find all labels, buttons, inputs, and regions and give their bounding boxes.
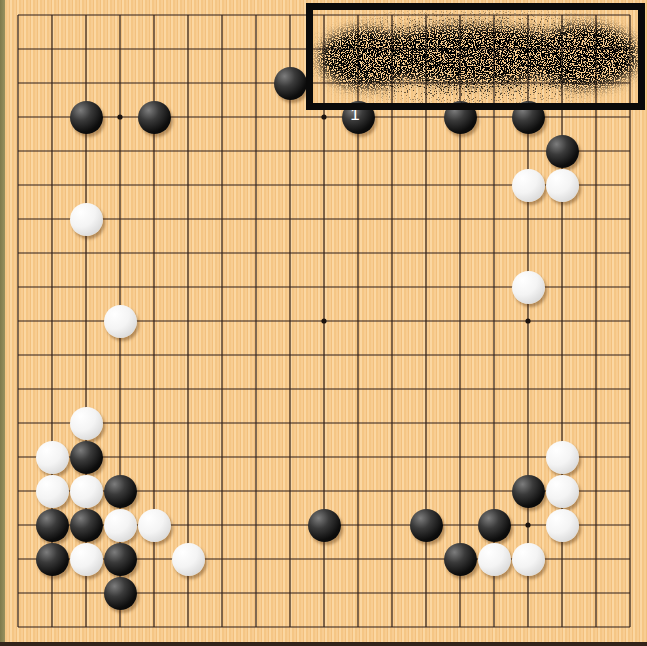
black-stone xyxy=(104,543,137,576)
white-stone xyxy=(70,203,103,236)
black-stone xyxy=(546,135,579,168)
white-stone xyxy=(512,543,545,576)
annotation-rectangle xyxy=(306,3,645,110)
go-board[interactable]: 1 xyxy=(0,0,647,646)
black-stone xyxy=(36,543,69,576)
white-stone xyxy=(70,407,103,440)
black-stone xyxy=(138,101,171,134)
white-stone xyxy=(512,271,545,304)
black-stone xyxy=(70,441,103,474)
white-stone xyxy=(36,441,69,474)
black-stone xyxy=(410,509,443,542)
white-stone xyxy=(546,169,579,202)
white-stone xyxy=(546,509,579,542)
black-stone xyxy=(36,509,69,542)
black-stone xyxy=(104,475,137,508)
star-point xyxy=(117,114,122,119)
white-stone xyxy=(104,509,137,542)
black-stone xyxy=(444,543,477,576)
black-stone xyxy=(70,509,103,542)
star-point xyxy=(525,318,530,323)
black-stone xyxy=(274,67,307,100)
white-stone xyxy=(172,543,205,576)
black-stone xyxy=(104,577,137,610)
white-stone xyxy=(512,169,545,202)
white-stone xyxy=(70,475,103,508)
white-stone xyxy=(70,543,103,576)
white-stone xyxy=(546,441,579,474)
black-stone xyxy=(512,475,545,508)
board-edge-bottom xyxy=(0,642,647,646)
white-stone xyxy=(546,475,579,508)
black-stone xyxy=(308,509,341,542)
star-point xyxy=(321,114,326,119)
white-stone xyxy=(104,305,137,338)
black-stone xyxy=(70,101,103,134)
white-stone xyxy=(478,543,511,576)
black-stone xyxy=(478,509,511,542)
star-point xyxy=(525,522,530,527)
star-point xyxy=(321,318,326,323)
white-stone xyxy=(138,509,171,542)
go-board-screenshot: 1 xyxy=(0,0,647,646)
white-stone xyxy=(36,475,69,508)
